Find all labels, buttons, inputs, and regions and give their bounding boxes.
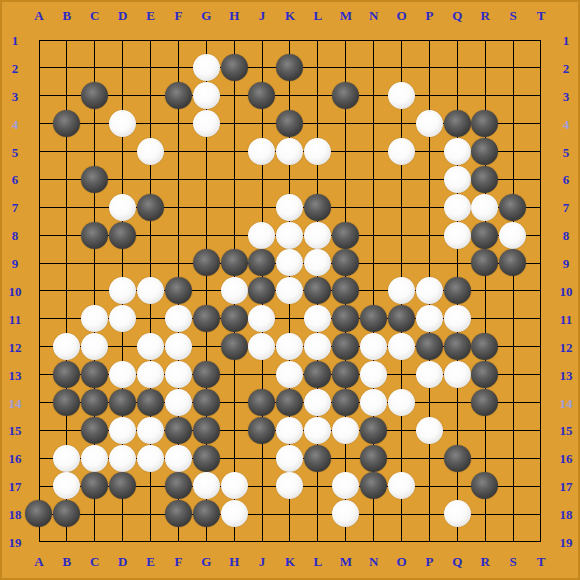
intersection-L2[interactable] [304, 54, 332, 82]
intersection-P12[interactable] [415, 333, 443, 361]
intersection-R11[interactable] [471, 305, 499, 333]
intersection-S2[interactable] [499, 54, 527, 82]
intersection-A13[interactable] [25, 361, 53, 389]
intersection-S17[interactable] [499, 472, 527, 500]
intersection-M8[interactable] [332, 221, 360, 249]
intersection-T16[interactable] [527, 444, 555, 472]
intersection-Q12[interactable] [443, 333, 471, 361]
intersection-O19[interactable] [387, 528, 415, 556]
intersection-F1[interactable] [164, 26, 192, 54]
intersection-A15[interactable] [25, 416, 53, 444]
intersection-O12[interactable] [387, 333, 415, 361]
intersection-R12[interactable] [471, 333, 499, 361]
intersection-D2[interactable] [109, 54, 137, 82]
intersection-P16[interactable] [415, 444, 443, 472]
intersection-E1[interactable] [137, 26, 165, 54]
intersection-N17[interactable] [360, 472, 388, 500]
intersection-F14[interactable] [164, 388, 192, 416]
intersection-B14[interactable] [53, 388, 81, 416]
intersection-G10[interactable] [192, 277, 220, 305]
intersection-P5[interactable] [415, 138, 443, 166]
intersection-S6[interactable] [499, 165, 527, 193]
intersection-L18[interactable] [304, 500, 332, 528]
intersection-B6[interactable] [53, 165, 81, 193]
intersection-P19[interactable] [415, 528, 443, 556]
intersection-O1[interactable] [387, 26, 415, 54]
intersection-P14[interactable] [415, 388, 443, 416]
intersection-P7[interactable] [415, 193, 443, 221]
intersection-E9[interactable] [137, 249, 165, 277]
intersection-R8[interactable] [471, 221, 499, 249]
intersection-Q19[interactable] [443, 528, 471, 556]
intersection-N11[interactable] [360, 305, 388, 333]
intersection-K9[interactable] [276, 249, 304, 277]
intersection-M16[interactable] [332, 444, 360, 472]
intersection-Q11[interactable] [443, 305, 471, 333]
intersection-G15[interactable] [192, 416, 220, 444]
intersection-E17[interactable] [137, 472, 165, 500]
intersection-S8[interactable] [499, 221, 527, 249]
intersection-L1[interactable] [304, 26, 332, 54]
intersection-O7[interactable] [387, 193, 415, 221]
intersection-G5[interactable] [192, 138, 220, 166]
intersection-R15[interactable] [471, 416, 499, 444]
intersection-K2[interactable] [276, 54, 304, 82]
intersection-R1[interactable] [471, 26, 499, 54]
intersection-K15[interactable] [276, 416, 304, 444]
intersection-Q10[interactable] [443, 277, 471, 305]
intersection-S9[interactable] [499, 249, 527, 277]
intersection-S19[interactable] [499, 528, 527, 556]
intersection-P3[interactable] [415, 82, 443, 110]
intersection-C1[interactable] [81, 26, 109, 54]
intersection-T11[interactable] [527, 305, 555, 333]
intersection-N3[interactable] [360, 82, 388, 110]
intersection-A14[interactable] [25, 388, 53, 416]
intersection-R3[interactable] [471, 82, 499, 110]
intersection-R10[interactable] [471, 277, 499, 305]
intersection-L11[interactable] [304, 305, 332, 333]
intersection-O15[interactable] [387, 416, 415, 444]
intersection-L14[interactable] [304, 388, 332, 416]
intersection-H3[interactable] [220, 82, 248, 110]
intersection-E13[interactable] [137, 361, 165, 389]
intersection-H9[interactable] [220, 249, 248, 277]
intersection-N5[interactable] [360, 138, 388, 166]
intersection-A16[interactable] [25, 444, 53, 472]
intersection-H17[interactable] [220, 472, 248, 500]
intersection-B19[interactable] [53, 528, 81, 556]
intersection-B10[interactable] [53, 277, 81, 305]
intersection-F7[interactable] [164, 193, 192, 221]
intersection-B4[interactable] [53, 110, 81, 138]
intersection-F8[interactable] [164, 221, 192, 249]
intersection-E19[interactable] [137, 528, 165, 556]
intersection-N9[interactable] [360, 249, 388, 277]
intersection-P11[interactable] [415, 305, 443, 333]
intersection-C5[interactable] [81, 138, 109, 166]
intersection-R18[interactable] [471, 500, 499, 528]
intersection-G7[interactable] [192, 193, 220, 221]
intersection-M4[interactable] [332, 110, 360, 138]
intersection-A1[interactable] [25, 26, 53, 54]
intersection-T3[interactable] [527, 82, 555, 110]
intersection-O16[interactable] [387, 444, 415, 472]
intersection-M11[interactable] [332, 305, 360, 333]
intersection-P9[interactable] [415, 249, 443, 277]
intersection-T4[interactable] [527, 110, 555, 138]
intersection-F9[interactable] [164, 249, 192, 277]
intersection-S10[interactable] [499, 277, 527, 305]
intersection-B9[interactable] [53, 249, 81, 277]
intersection-N8[interactable] [360, 221, 388, 249]
intersection-H13[interactable] [220, 361, 248, 389]
intersection-T6[interactable] [527, 165, 555, 193]
intersection-O6[interactable] [387, 165, 415, 193]
intersection-G8[interactable] [192, 221, 220, 249]
intersection-G1[interactable] [192, 26, 220, 54]
intersection-H16[interactable] [220, 444, 248, 472]
intersection-K19[interactable] [276, 528, 304, 556]
intersection-J15[interactable] [248, 416, 276, 444]
intersection-E4[interactable] [137, 110, 165, 138]
intersection-G3[interactable] [192, 82, 220, 110]
intersection-B7[interactable] [53, 193, 81, 221]
intersection-R19[interactable] [471, 528, 499, 556]
intersection-Q8[interactable] [443, 221, 471, 249]
intersection-H8[interactable] [220, 221, 248, 249]
intersection-R5[interactable] [471, 138, 499, 166]
intersection-H6[interactable] [220, 165, 248, 193]
intersection-B3[interactable] [53, 82, 81, 110]
intersection-L3[interactable] [304, 82, 332, 110]
intersection-N19[interactable] [360, 528, 388, 556]
intersection-F17[interactable] [164, 472, 192, 500]
intersection-B5[interactable] [53, 138, 81, 166]
intersection-F15[interactable] [164, 416, 192, 444]
intersection-D7[interactable] [109, 193, 137, 221]
intersection-L15[interactable] [304, 416, 332, 444]
intersection-H2[interactable] [220, 54, 248, 82]
intersection-K17[interactable] [276, 472, 304, 500]
intersection-R13[interactable] [471, 361, 499, 389]
intersection-E12[interactable] [137, 333, 165, 361]
intersection-G12[interactable] [192, 333, 220, 361]
intersection-F3[interactable] [164, 82, 192, 110]
intersection-M2[interactable] [332, 54, 360, 82]
intersection-C18[interactable] [81, 500, 109, 528]
intersection-C7[interactable] [81, 193, 109, 221]
intersection-O10[interactable] [387, 277, 415, 305]
intersection-O5[interactable] [387, 138, 415, 166]
intersection-S15[interactable] [499, 416, 527, 444]
intersection-D9[interactable] [109, 249, 137, 277]
intersection-O11[interactable] [387, 305, 415, 333]
intersection-C10[interactable] [81, 277, 109, 305]
intersection-T7[interactable] [527, 193, 555, 221]
intersection-L7[interactable] [304, 193, 332, 221]
intersection-N14[interactable] [360, 388, 388, 416]
intersection-C6[interactable] [81, 165, 109, 193]
intersection-M1[interactable] [332, 26, 360, 54]
intersection-D1[interactable] [109, 26, 137, 54]
intersection-G4[interactable] [192, 110, 220, 138]
intersection-F18[interactable] [164, 500, 192, 528]
intersection-L17[interactable] [304, 472, 332, 500]
intersection-A11[interactable] [25, 305, 53, 333]
intersection-L12[interactable] [304, 333, 332, 361]
intersection-D14[interactable] [109, 388, 137, 416]
intersection-B18[interactable] [53, 500, 81, 528]
intersection-B15[interactable] [53, 416, 81, 444]
intersection-T1[interactable] [527, 26, 555, 54]
intersection-E14[interactable] [137, 388, 165, 416]
intersection-F4[interactable] [164, 110, 192, 138]
intersection-J16[interactable] [248, 444, 276, 472]
intersection-K12[interactable] [276, 333, 304, 361]
intersection-G9[interactable] [192, 249, 220, 277]
intersection-Q9[interactable] [443, 249, 471, 277]
intersection-P15[interactable] [415, 416, 443, 444]
intersection-N6[interactable] [360, 165, 388, 193]
intersection-D13[interactable] [109, 361, 137, 389]
intersection-O8[interactable] [387, 221, 415, 249]
intersection-G17[interactable] [192, 472, 220, 500]
intersection-A19[interactable] [25, 528, 53, 556]
intersection-S4[interactable] [499, 110, 527, 138]
intersection-N10[interactable] [360, 277, 388, 305]
intersection-A2[interactable] [25, 54, 53, 82]
intersection-E11[interactable] [137, 305, 165, 333]
intersection-L6[interactable] [304, 165, 332, 193]
intersection-J14[interactable] [248, 388, 276, 416]
intersection-M14[interactable] [332, 388, 360, 416]
intersection-A18[interactable] [25, 500, 53, 528]
intersection-E7[interactable] [137, 193, 165, 221]
intersection-Q4[interactable] [443, 110, 471, 138]
intersection-F13[interactable] [164, 361, 192, 389]
intersection-J18[interactable] [248, 500, 276, 528]
intersection-P17[interactable] [415, 472, 443, 500]
intersection-H14[interactable] [220, 388, 248, 416]
intersection-J9[interactable] [248, 249, 276, 277]
intersection-K11[interactable] [276, 305, 304, 333]
intersection-T12[interactable] [527, 333, 555, 361]
intersection-K4[interactable] [276, 110, 304, 138]
intersection-H5[interactable] [220, 138, 248, 166]
intersection-M18[interactable] [332, 500, 360, 528]
intersection-J3[interactable] [248, 82, 276, 110]
intersection-P10[interactable] [415, 277, 443, 305]
intersection-O13[interactable] [387, 361, 415, 389]
intersection-J5[interactable] [248, 138, 276, 166]
intersection-S13[interactable] [499, 361, 527, 389]
intersection-M10[interactable] [332, 277, 360, 305]
intersection-E8[interactable] [137, 221, 165, 249]
intersection-D12[interactable] [109, 333, 137, 361]
intersection-N1[interactable] [360, 26, 388, 54]
intersection-A9[interactable] [25, 249, 53, 277]
intersection-O14[interactable] [387, 388, 415, 416]
intersection-L9[interactable] [304, 249, 332, 277]
intersection-F19[interactable] [164, 528, 192, 556]
intersection-P18[interactable] [415, 500, 443, 528]
intersection-Q18[interactable] [443, 500, 471, 528]
intersection-N15[interactable] [360, 416, 388, 444]
intersection-L13[interactable] [304, 361, 332, 389]
intersection-N13[interactable] [360, 361, 388, 389]
intersection-Q3[interactable] [443, 82, 471, 110]
intersection-Q2[interactable] [443, 54, 471, 82]
intersection-C13[interactable] [81, 361, 109, 389]
intersection-S1[interactable] [499, 26, 527, 54]
intersection-K18[interactable] [276, 500, 304, 528]
intersection-F12[interactable] [164, 333, 192, 361]
intersection-O9[interactable] [387, 249, 415, 277]
intersection-L8[interactable] [304, 221, 332, 249]
intersection-R7[interactable] [471, 193, 499, 221]
intersection-P2[interactable] [415, 54, 443, 82]
intersection-P1[interactable] [415, 26, 443, 54]
intersection-G2[interactable] [192, 54, 220, 82]
intersection-Q13[interactable] [443, 361, 471, 389]
intersection-R2[interactable] [471, 54, 499, 82]
intersection-M17[interactable] [332, 472, 360, 500]
intersection-M6[interactable] [332, 165, 360, 193]
intersection-H10[interactable] [220, 277, 248, 305]
intersection-G14[interactable] [192, 388, 220, 416]
intersection-H18[interactable] [220, 500, 248, 528]
intersection-B12[interactable] [53, 333, 81, 361]
intersection-T9[interactable] [527, 249, 555, 277]
intersection-E18[interactable] [137, 500, 165, 528]
intersection-Q16[interactable] [443, 444, 471, 472]
intersection-R17[interactable] [471, 472, 499, 500]
intersection-O17[interactable] [387, 472, 415, 500]
intersection-C11[interactable] [81, 305, 109, 333]
intersection-M13[interactable] [332, 361, 360, 389]
intersection-J10[interactable] [248, 277, 276, 305]
intersection-K3[interactable] [276, 82, 304, 110]
intersection-P8[interactable] [415, 221, 443, 249]
intersection-O3[interactable] [387, 82, 415, 110]
intersection-S5[interactable] [499, 138, 527, 166]
intersection-Q17[interactable] [443, 472, 471, 500]
intersection-S16[interactable] [499, 444, 527, 472]
intersection-D8[interactable] [109, 221, 137, 249]
intersection-E3[interactable] [137, 82, 165, 110]
intersection-C19[interactable] [81, 528, 109, 556]
intersection-A17[interactable] [25, 472, 53, 500]
intersection-C4[interactable] [81, 110, 109, 138]
intersection-O2[interactable] [387, 54, 415, 82]
intersection-Q7[interactable] [443, 193, 471, 221]
intersection-R14[interactable] [471, 388, 499, 416]
intersection-K10[interactable] [276, 277, 304, 305]
intersection-O18[interactable] [387, 500, 415, 528]
intersection-J13[interactable] [248, 361, 276, 389]
intersection-J11[interactable] [248, 305, 276, 333]
intersection-G13[interactable] [192, 361, 220, 389]
intersection-J1[interactable] [248, 26, 276, 54]
intersection-D19[interactable] [109, 528, 137, 556]
intersection-N12[interactable] [360, 333, 388, 361]
intersection-E10[interactable] [137, 277, 165, 305]
intersection-B1[interactable] [53, 26, 81, 54]
intersection-J4[interactable] [248, 110, 276, 138]
intersection-C12[interactable] [81, 333, 109, 361]
intersection-M15[interactable] [332, 416, 360, 444]
intersection-N7[interactable] [360, 193, 388, 221]
intersection-T18[interactable] [527, 500, 555, 528]
intersection-H4[interactable] [220, 110, 248, 138]
intersection-K5[interactable] [276, 138, 304, 166]
intersection-D15[interactable] [109, 416, 137, 444]
intersection-A8[interactable] [25, 221, 53, 249]
intersection-Q14[interactable] [443, 388, 471, 416]
intersection-T13[interactable] [527, 361, 555, 389]
intersection-K7[interactable] [276, 193, 304, 221]
intersection-L10[interactable] [304, 277, 332, 305]
intersection-T5[interactable] [527, 138, 555, 166]
intersection-D5[interactable] [109, 138, 137, 166]
intersection-E6[interactable] [137, 165, 165, 193]
intersection-D6[interactable] [109, 165, 137, 193]
intersection-K6[interactable] [276, 165, 304, 193]
intersection-A12[interactable] [25, 333, 53, 361]
intersection-A7[interactable] [25, 193, 53, 221]
intersection-G16[interactable] [192, 444, 220, 472]
intersection-D10[interactable] [109, 277, 137, 305]
intersection-Q5[interactable] [443, 138, 471, 166]
intersection-L4[interactable] [304, 110, 332, 138]
intersection-D4[interactable] [109, 110, 137, 138]
intersection-J6[interactable] [248, 165, 276, 193]
intersection-Q15[interactable] [443, 416, 471, 444]
intersection-M7[interactable] [332, 193, 360, 221]
intersection-P4[interactable] [415, 110, 443, 138]
intersection-A3[interactable] [25, 82, 53, 110]
intersection-P13[interactable] [415, 361, 443, 389]
intersection-G6[interactable] [192, 165, 220, 193]
intersection-C14[interactable] [81, 388, 109, 416]
intersection-A6[interactable] [25, 165, 53, 193]
intersection-M19[interactable] [332, 528, 360, 556]
intersection-F11[interactable] [164, 305, 192, 333]
intersection-N4[interactable] [360, 110, 388, 138]
intersection-P6[interactable] [415, 165, 443, 193]
intersection-J7[interactable] [248, 193, 276, 221]
intersection-J12[interactable] [248, 333, 276, 361]
intersection-L5[interactable] [304, 138, 332, 166]
intersection-M5[interactable] [332, 138, 360, 166]
intersection-T8[interactable] [527, 221, 555, 249]
intersection-L16[interactable] [304, 444, 332, 472]
intersection-F10[interactable] [164, 277, 192, 305]
intersection-B8[interactable] [53, 221, 81, 249]
intersection-D17[interactable] [109, 472, 137, 500]
intersection-E5[interactable] [137, 138, 165, 166]
intersection-F6[interactable] [164, 165, 192, 193]
intersection-J2[interactable] [248, 54, 276, 82]
intersection-H15[interactable] [220, 416, 248, 444]
intersection-L19[interactable] [304, 528, 332, 556]
intersection-C15[interactable] [81, 416, 109, 444]
intersection-J17[interactable] [248, 472, 276, 500]
intersection-B13[interactable] [53, 361, 81, 389]
intersection-T15[interactable] [527, 416, 555, 444]
intersection-E2[interactable] [137, 54, 165, 82]
